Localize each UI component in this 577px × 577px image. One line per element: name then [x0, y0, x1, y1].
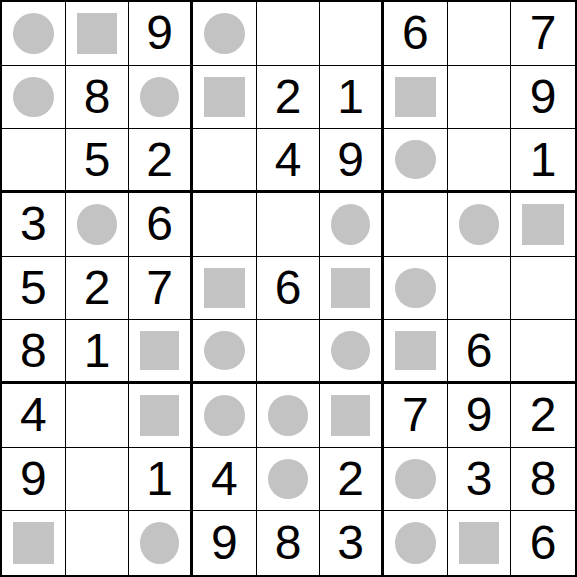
given-digit: 9: [530, 73, 557, 121]
grid-cell[interactable]: [448, 2, 512, 66]
grid-cell[interactable]: [320, 384, 384, 448]
grid-cell[interactable]: [129, 66, 193, 130]
given-digit: 9: [466, 391, 493, 439]
square-marker: [395, 77, 436, 118]
grid-cell[interactable]: [66, 193, 130, 257]
grid-cell: 9: [129, 2, 193, 66]
circle-marker: [204, 331, 245, 370]
grid-cell[interactable]: [384, 320, 448, 384]
given-digit: 6: [466, 327, 493, 375]
grid-cell: 5: [66, 129, 130, 193]
given-digit: 2: [275, 73, 302, 121]
given-digit: 4: [20, 391, 47, 439]
grid-cell: 2: [257, 66, 321, 130]
grid-cell: 4: [257, 129, 321, 193]
grid-cell: 6: [129, 193, 193, 257]
circle-marker: [77, 204, 118, 245]
circle-marker: [204, 395, 245, 436]
given-digit: 3: [337, 519, 364, 567]
given-digit: 1: [84, 327, 111, 375]
grid-cell: 3: [448, 448, 512, 512]
given-digit: 5: [84, 136, 111, 184]
grid-cell[interactable]: [193, 257, 257, 321]
given-digit: 1: [146, 455, 173, 503]
grid-cell[interactable]: [257, 2, 321, 66]
given-digit: 7: [402, 391, 429, 439]
given-digit: 9: [146, 9, 173, 57]
grid-cell: 9: [2, 448, 66, 512]
given-digit: 8: [275, 519, 302, 567]
grid-cell: 6: [384, 2, 448, 66]
grid-cell[interactable]: [384, 511, 448, 575]
circle-marker: [13, 13, 54, 54]
grid-cell: 3: [320, 511, 384, 575]
given-digit: 6: [530, 519, 557, 567]
given-digit: 2: [84, 264, 111, 312]
grid-cell[interactable]: [129, 511, 193, 575]
grid-cell[interactable]: [129, 384, 193, 448]
grid-cell: 9: [448, 384, 512, 448]
grid-cell: 3: [2, 193, 66, 257]
grid-cell: 7: [511, 2, 575, 66]
grid-cell: 8: [511, 448, 575, 512]
given-digit: 2: [146, 136, 173, 184]
circle-marker: [395, 522, 436, 563]
grid-cell[interactable]: [2, 2, 66, 66]
grid-cell: 8: [257, 511, 321, 575]
square-marker: [459, 522, 500, 563]
grid-cell[interactable]: [66, 511, 130, 575]
given-digit: 6: [146, 200, 173, 248]
grid-cell[interactable]: [193, 320, 257, 384]
given-digit: 8: [20, 327, 47, 375]
grid-cell: 8: [2, 320, 66, 384]
sudoku-board: 96782195249136527681647929142389836: [0, 0, 577, 577]
grid-cell[interactable]: [384, 66, 448, 130]
circle-marker: [459, 204, 500, 245]
grid-cell[interactable]: [448, 129, 512, 193]
grid-cell[interactable]: [448, 193, 512, 257]
circle-marker: [331, 331, 370, 370]
grid-cell: 1: [66, 320, 130, 384]
given-digit: 9: [337, 136, 364, 184]
circle-marker: [140, 522, 179, 563]
square-marker: [140, 395, 179, 436]
grid-cell[interactable]: [2, 66, 66, 130]
circle-marker: [395, 140, 436, 179]
grid-cell: 2: [66, 257, 130, 321]
grid-cell[interactable]: [320, 320, 384, 384]
grid-cell: 1: [129, 448, 193, 512]
grid-cell[interactable]: [2, 129, 66, 193]
grid-cell[interactable]: [320, 257, 384, 321]
grid-cell: 4: [193, 448, 257, 512]
circle-marker: [395, 459, 436, 500]
grid-cell[interactable]: [257, 384, 321, 448]
grid-cell[interactable]: [129, 320, 193, 384]
grid-cell[interactable]: [384, 448, 448, 512]
grid-cell: 2: [511, 384, 575, 448]
grid-cell: 8: [66, 66, 130, 130]
grid-cell[interactable]: [511, 320, 575, 384]
given-digit: 7: [146, 264, 173, 312]
grid-cell[interactable]: [193, 2, 257, 66]
grid-cell[interactable]: [511, 257, 575, 321]
given-digit: 1: [530, 136, 557, 184]
circle-marker: [268, 459, 309, 500]
given-digit: 5: [20, 264, 47, 312]
square-marker: [331, 268, 370, 309]
given-digit: 1: [337, 73, 364, 121]
grid-cell: 7: [129, 257, 193, 321]
circle-marker: [204, 13, 245, 54]
given-digit: 3: [20, 200, 47, 248]
given-digit: 2: [337, 455, 364, 503]
grid-cell[interactable]: [511, 193, 575, 257]
grid-cell[interactable]: [384, 129, 448, 193]
square-marker: [13, 522, 54, 563]
given-digit: 6: [402, 9, 429, 57]
given-digit: 2: [530, 391, 557, 439]
grid-cell: 2: [320, 448, 384, 512]
given-digit: 4: [211, 455, 238, 503]
grid-cell[interactable]: [193, 129, 257, 193]
grid-cell: 9: [193, 511, 257, 575]
grid-cell[interactable]: [448, 511, 512, 575]
grid-cell[interactable]: [320, 2, 384, 66]
circle-marker: [268, 395, 309, 436]
given-digit: 9: [20, 455, 47, 503]
grid-cell[interactable]: [448, 66, 512, 130]
grid-cell: 4: [2, 384, 66, 448]
given-digit: 7: [530, 9, 557, 57]
grid-cell: 2: [129, 129, 193, 193]
square-marker: [204, 77, 245, 118]
grid-cell: 6: [511, 511, 575, 575]
circle-marker: [13, 77, 54, 118]
given-digit: 8: [84, 73, 111, 121]
grid-cell: 1: [511, 129, 575, 193]
grid-cell[interactable]: [384, 257, 448, 321]
grid-cell[interactable]: [193, 66, 257, 130]
grid-cell[interactable]: [448, 257, 512, 321]
grid-cell[interactable]: [257, 193, 321, 257]
grid-cell[interactable]: [66, 2, 130, 66]
square-marker: [204, 268, 245, 309]
grid-cell[interactable]: [66, 384, 130, 448]
grid-cell: 9: [320, 129, 384, 193]
grid-cell[interactable]: [2, 511, 66, 575]
given-digit: 4: [275, 136, 302, 184]
grid-cell: 9: [511, 66, 575, 130]
given-digit: 8: [530, 455, 557, 503]
grid-cell: 7: [384, 384, 448, 448]
grid-cell[interactable]: [384, 193, 448, 257]
given-digit: 9: [211, 519, 238, 567]
grid-cell: 1: [320, 66, 384, 130]
grid-cell: 6: [257, 257, 321, 321]
grid-cell[interactable]: [257, 320, 321, 384]
square-marker: [77, 13, 118, 54]
square-marker: [395, 331, 436, 370]
square-marker: [140, 331, 179, 370]
grid-cell[interactable]: [193, 193, 257, 257]
square-marker: [522, 204, 563, 245]
grid-cell[interactable]: [257, 448, 321, 512]
circle-marker: [395, 268, 436, 309]
grid-cell[interactable]: [320, 193, 384, 257]
grid-cell[interactable]: [193, 384, 257, 448]
circle-marker: [331, 204, 370, 245]
given-digit: 3: [466, 455, 493, 503]
square-marker: [331, 395, 370, 436]
given-digit: 6: [275, 264, 302, 312]
grid-cell[interactable]: [66, 448, 130, 512]
grid-cell: 5: [2, 257, 66, 321]
circle-marker: [140, 77, 179, 118]
grid-cell: 6: [448, 320, 512, 384]
